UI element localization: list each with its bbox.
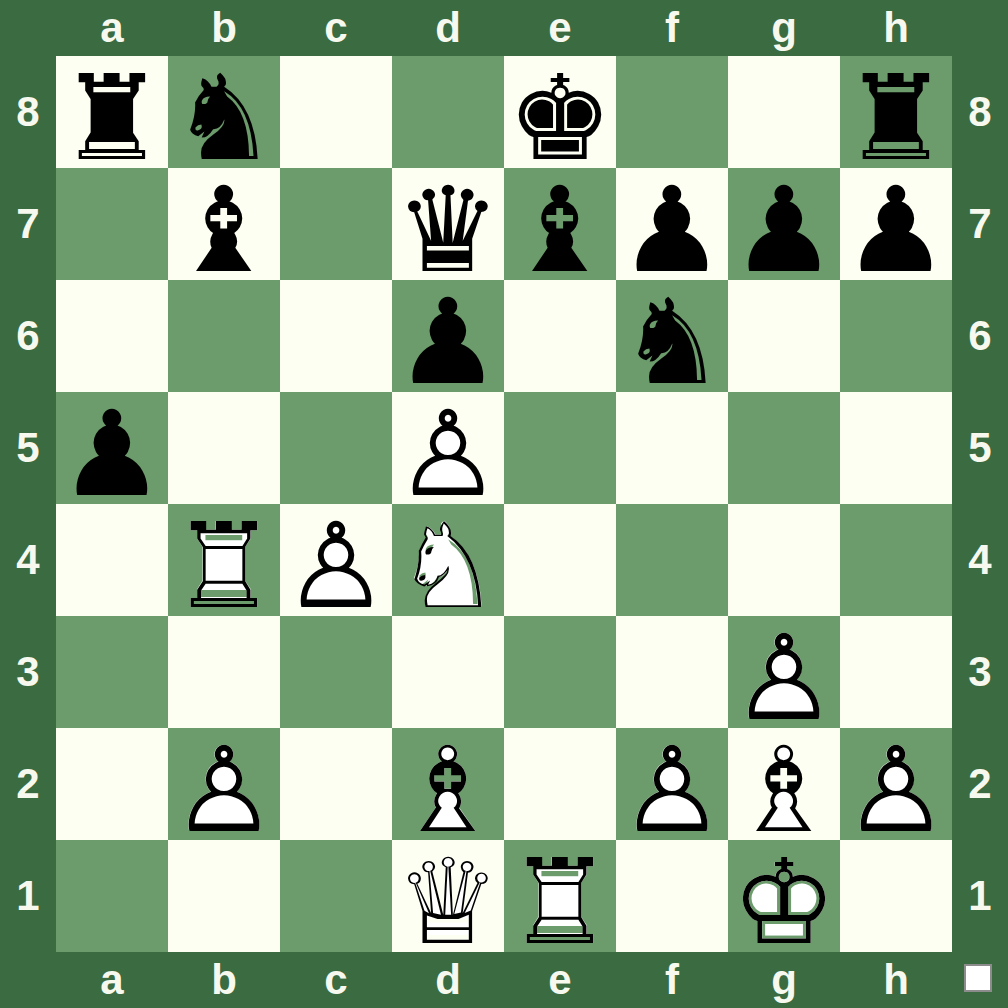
square-a1[interactable] xyxy=(56,840,168,952)
black-pawn-glyph: ♟ xyxy=(619,171,725,289)
square-d2[interactable]: ♝♗ xyxy=(392,728,504,840)
file-labels-bottom: abcdefgh xyxy=(56,952,952,1008)
square-c1[interactable] xyxy=(280,840,392,952)
square-g8[interactable] xyxy=(728,56,840,168)
white-queen-glyph: ♕ xyxy=(395,843,501,961)
white-pawn-c4[interactable]: ♟♙ xyxy=(280,504,392,616)
black-bishop-b7[interactable]: ♝ xyxy=(168,168,280,280)
square-h7[interactable]: ♟ xyxy=(840,168,952,280)
rank-label-6: 6 xyxy=(0,280,56,392)
square-g1[interactable]: ♚♔ xyxy=(728,840,840,952)
rank-label-1: 1 xyxy=(952,840,1008,952)
rank-label-1: 1 xyxy=(0,840,56,952)
rank-label-3: 3 xyxy=(0,616,56,728)
black-bishop-glyph: ♝ xyxy=(171,171,277,289)
square-d6[interactable]: ♟ xyxy=(392,280,504,392)
black-rook-glyph: ♜ xyxy=(59,59,165,177)
rank-label-5: 5 xyxy=(0,392,56,504)
square-e1[interactable]: ♜♖ xyxy=(504,840,616,952)
white-rook-glyph: ♖ xyxy=(507,843,613,961)
square-g7[interactable]: ♟ xyxy=(728,168,840,280)
square-e3[interactable] xyxy=(504,616,616,728)
black-queen-d7[interactable]: ♛ xyxy=(392,168,504,280)
rank-label-2: 2 xyxy=(952,728,1008,840)
black-king-glyph: ♚ xyxy=(507,59,613,177)
file-label-f: f xyxy=(616,0,728,56)
black-knight-glyph: ♞ xyxy=(171,59,277,177)
square-e2[interactable] xyxy=(504,728,616,840)
white-bishop-glyph: ♗ xyxy=(731,731,837,849)
file-label-h: h xyxy=(840,0,952,56)
rank-labels-left: 87654321 xyxy=(0,56,56,952)
chessboard[interactable]: ♜♞♚♜♝♛♝♟♟♟♟♞♟♟♙♜♖♟♙♞♘♟♙♟♙♝♗♟♙♝♗♟♙♛♕♜♖♚♔ xyxy=(56,56,952,952)
black-pawn-glyph: ♟ xyxy=(395,283,501,401)
square-a6[interactable] xyxy=(56,280,168,392)
square-h8[interactable]: ♜ xyxy=(840,56,952,168)
black-pawn-g7[interactable]: ♟ xyxy=(728,168,840,280)
square-f3[interactable] xyxy=(616,616,728,728)
file-label-a: a xyxy=(56,952,168,1008)
white-pawn-h2[interactable]: ♟♙ xyxy=(840,728,952,840)
white-pawn-glyph: ♙ xyxy=(283,507,389,625)
file-label-f: f xyxy=(616,952,728,1008)
file-label-d: d xyxy=(392,0,504,56)
black-pawn-h7[interactable]: ♟ xyxy=(840,168,952,280)
white-bishop-d2[interactable]: ♝♗ xyxy=(392,728,504,840)
white-knight-glyph: ♘ xyxy=(395,507,501,625)
square-f8[interactable] xyxy=(616,56,728,168)
rank-label-3: 3 xyxy=(952,616,1008,728)
white-bishop-g2[interactable]: ♝♗ xyxy=(728,728,840,840)
square-a8[interactable]: ♜ xyxy=(56,56,168,168)
white-rook-glyph: ♖ xyxy=(171,507,277,625)
rank-label-2: 2 xyxy=(0,728,56,840)
square-g5[interactable] xyxy=(728,392,840,504)
file-label-h: h xyxy=(840,952,952,1008)
square-d8[interactable] xyxy=(392,56,504,168)
black-rook-glyph: ♜ xyxy=(843,59,949,177)
rank-label-6: 6 xyxy=(952,280,1008,392)
chessboard-frame: abcdefgh 87654321 ♜♞♚♜♝♛♝♟♟♟♟♞♟♟♙♜♖♟♙♞♘♟… xyxy=(0,0,1008,1008)
rank-label-7: 7 xyxy=(952,168,1008,280)
file-label-g: g xyxy=(728,952,840,1008)
white-rook-e1[interactable]: ♜♖ xyxy=(504,840,616,952)
rank-label-5: 5 xyxy=(952,392,1008,504)
square-d7[interactable]: ♛ xyxy=(392,168,504,280)
file-label-e: e xyxy=(504,0,616,56)
file-label-d: d xyxy=(392,952,504,1008)
file-label-c: c xyxy=(280,0,392,56)
square-c5[interactable] xyxy=(280,392,392,504)
black-rook-a8[interactable]: ♜ xyxy=(56,56,168,168)
square-g3[interactable]: ♟♙ xyxy=(728,616,840,728)
white-pawn-f2[interactable]: ♟♙ xyxy=(616,728,728,840)
black-pawn-f7[interactable]: ♟ xyxy=(616,168,728,280)
square-c8[interactable] xyxy=(280,56,392,168)
white-pawn-glyph: ♙ xyxy=(843,731,949,849)
square-e4[interactable] xyxy=(504,504,616,616)
square-h2[interactable]: ♟♙ xyxy=(840,728,952,840)
square-b5[interactable] xyxy=(168,392,280,504)
black-pawn-glyph: ♟ xyxy=(843,171,949,289)
square-h3[interactable] xyxy=(840,616,952,728)
black-rook-h8[interactable]: ♜ xyxy=(840,56,952,168)
black-knight-b8[interactable]: ♞ xyxy=(168,56,280,168)
file-label-e: e xyxy=(504,952,616,1008)
square-f7[interactable]: ♟ xyxy=(616,168,728,280)
white-queen-d1[interactable]: ♛♕ xyxy=(392,840,504,952)
black-pawn-glyph: ♟ xyxy=(59,395,165,513)
square-c7[interactable] xyxy=(280,168,392,280)
square-a3[interactable] xyxy=(56,616,168,728)
square-d5[interactable]: ♟♙ xyxy=(392,392,504,504)
file-label-b: b xyxy=(168,952,280,1008)
black-knight-glyph: ♞ xyxy=(619,283,725,401)
file-label-c: c xyxy=(280,952,392,1008)
square-c4[interactable]: ♟♙ xyxy=(280,504,392,616)
white-bishop-glyph: ♗ xyxy=(395,731,501,849)
square-b7[interactable]: ♝ xyxy=(168,168,280,280)
rank-label-8: 8 xyxy=(0,56,56,168)
square-h5[interactable] xyxy=(840,392,952,504)
black-pawn-a5[interactable]: ♟ xyxy=(56,392,168,504)
file-labels-top: abcdefgh xyxy=(56,0,952,56)
black-bishop-glyph: ♝ xyxy=(507,171,613,289)
rank-label-8: 8 xyxy=(952,56,1008,168)
file-label-g: g xyxy=(728,0,840,56)
black-king-e8[interactable]: ♚ xyxy=(504,56,616,168)
rank-label-4: 4 xyxy=(0,504,56,616)
square-g4[interactable] xyxy=(728,504,840,616)
white-pawn-glyph: ♙ xyxy=(171,731,277,849)
square-f4[interactable] xyxy=(616,504,728,616)
square-g2[interactable]: ♝♗ xyxy=(728,728,840,840)
square-d1[interactable]: ♛♕ xyxy=(392,840,504,952)
rank-label-4: 4 xyxy=(952,504,1008,616)
rank-labels-right: 87654321 xyxy=(952,56,1008,952)
square-a2[interactable] xyxy=(56,728,168,840)
black-knight-f6[interactable]: ♞ xyxy=(616,280,728,392)
black-queen-glyph: ♛ xyxy=(395,171,501,289)
file-label-b: b xyxy=(168,0,280,56)
square-e5[interactable] xyxy=(504,392,616,504)
black-pawn-d6[interactable]: ♟ xyxy=(392,280,504,392)
black-bishop-e7[interactable]: ♝ xyxy=(504,168,616,280)
square-f6[interactable]: ♞ xyxy=(616,280,728,392)
white-knight-d4[interactable]: ♞♘ xyxy=(392,504,504,616)
white-pawn-g3[interactable]: ♟♙ xyxy=(728,616,840,728)
square-d4[interactable]: ♞♘ xyxy=(392,504,504,616)
square-e8[interactable]: ♚ xyxy=(504,56,616,168)
white-rook-b4[interactable]: ♜♖ xyxy=(168,504,280,616)
square-h4[interactable] xyxy=(840,504,952,616)
white-pawn-glyph: ♙ xyxy=(731,619,837,737)
rank-label-7: 7 xyxy=(0,168,56,280)
square-b4[interactable]: ♜♖ xyxy=(168,504,280,616)
square-a5[interactable]: ♟ xyxy=(56,392,168,504)
white-pawn-glyph: ♙ xyxy=(619,731,725,849)
file-label-a: a xyxy=(56,0,168,56)
square-c2[interactable] xyxy=(280,728,392,840)
square-f2[interactable]: ♟♙ xyxy=(616,728,728,840)
white-pawn-b2[interactable]: ♟♙ xyxy=(168,728,280,840)
square-c6[interactable] xyxy=(280,280,392,392)
white-king-glyph: ♔ xyxy=(731,843,837,961)
square-b8[interactable]: ♞ xyxy=(168,56,280,168)
white-king-g1[interactable]: ♚♔ xyxy=(728,840,840,952)
black-pawn-glyph: ♟ xyxy=(731,171,837,289)
square-e7[interactable]: ♝ xyxy=(504,168,616,280)
square-b2[interactable]: ♟♙ xyxy=(168,728,280,840)
white-to-move-indicator xyxy=(964,964,992,992)
white-pawn-d5[interactable]: ♟♙ xyxy=(392,392,504,504)
white-pawn-glyph: ♙ xyxy=(395,395,501,513)
